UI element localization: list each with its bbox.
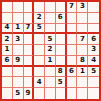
cell-r8c9-empty[interactable] — [88, 77, 99, 88]
cell-r4c1-given[interactable]: 2 — [2, 34, 13, 45]
cell-r6c3-empty[interactable] — [24, 56, 35, 67]
cell-r3c5-empty[interactable] — [45, 24, 56, 35]
cell-r3c2-given[interactable]: 1 — [13, 24, 24, 35]
cell-r6c2-given[interactable]: 9 — [13, 56, 24, 67]
cell-r3c3-given[interactable]: 7 — [24, 24, 35, 35]
cell-r7c6-given[interactable]: 8 — [56, 67, 67, 78]
cell-r5c7-empty[interactable] — [67, 45, 78, 56]
cell-r6c5-given[interactable]: 1 — [45, 56, 56, 67]
cell-r7c1-empty[interactable] — [2, 67, 13, 78]
cell-r5c9-given[interactable]: 3 — [88, 45, 99, 56]
sudoku-board: 73264175235761236918486154559 — [0, 0, 101, 101]
cell-r3c8-empty[interactable] — [77, 24, 88, 35]
cell-r6c4-empty[interactable] — [34, 56, 45, 67]
cell-r3c9-empty[interactable] — [88, 24, 99, 35]
cell-r5c6-empty[interactable] — [56, 45, 67, 56]
cell-r4c9-given[interactable]: 6 — [88, 34, 99, 45]
cell-r6c9-given[interactable]: 4 — [88, 56, 99, 67]
cell-r9c2-given[interactable]: 5 — [13, 88, 24, 99]
cell-r2c6-given[interactable]: 6 — [56, 13, 67, 24]
cell-r4c6-empty[interactable] — [56, 34, 67, 45]
cell-r3c6-empty[interactable] — [56, 24, 67, 35]
cell-r1c4-empty[interactable] — [34, 2, 45, 13]
cell-r1c2-empty[interactable] — [13, 2, 24, 13]
cell-r5c4-empty[interactable] — [34, 45, 45, 56]
cell-r2c5-empty[interactable] — [45, 13, 56, 24]
cell-r2c4-given[interactable]: 2 — [34, 13, 45, 24]
cell-r4c7-empty[interactable] — [67, 34, 78, 45]
cell-r2c3-empty[interactable] — [24, 13, 35, 24]
cell-r6c7-empty[interactable] — [67, 56, 78, 67]
cell-r8c4-given[interactable]: 4 — [34, 77, 45, 88]
cell-r9c6-empty[interactable] — [56, 88, 67, 99]
cell-r6c8-given[interactable]: 8 — [77, 56, 88, 67]
cell-r1c8-given[interactable]: 3 — [77, 2, 88, 13]
cell-r1c1-empty[interactable] — [2, 2, 13, 13]
cell-r1c6-empty[interactable] — [56, 2, 67, 13]
cell-r8c2-empty[interactable] — [13, 77, 24, 88]
cell-r6c6-empty[interactable] — [56, 56, 67, 67]
cell-r2c7-empty[interactable] — [67, 13, 78, 24]
cell-r6c1-given[interactable]: 6 — [2, 56, 13, 67]
cell-r1c3-empty[interactable] — [24, 2, 35, 13]
cell-r5c2-empty[interactable] — [13, 45, 24, 56]
cell-r4c2-given[interactable]: 3 — [13, 34, 24, 45]
cell-r7c5-empty[interactable] — [45, 67, 56, 78]
cell-r7c7-given[interactable]: 6 — [67, 67, 78, 78]
cell-r8c3-empty[interactable] — [24, 77, 35, 88]
cell-r2c9-empty[interactable] — [88, 13, 99, 24]
cell-r8c1-empty[interactable] — [2, 77, 13, 88]
cell-r9c3-given[interactable]: 9 — [24, 88, 35, 99]
cell-r9c1-empty[interactable] — [2, 88, 13, 99]
cell-r4c3-empty[interactable] — [24, 34, 35, 45]
cell-r3c1-given[interactable]: 4 — [2, 24, 13, 35]
cell-r7c8-given[interactable]: 1 — [77, 67, 88, 78]
cell-r9c4-empty[interactable] — [34, 88, 45, 99]
cell-r8c6-given[interactable]: 5 — [56, 77, 67, 88]
cell-r4c5-given[interactable]: 5 — [45, 34, 56, 45]
cell-r2c1-empty[interactable] — [2, 13, 13, 24]
cell-r9c5-empty[interactable] — [45, 88, 56, 99]
cell-r5c1-given[interactable]: 1 — [2, 45, 13, 56]
cell-r5c8-empty[interactable] — [77, 45, 88, 56]
cell-r7c4-empty[interactable] — [34, 67, 45, 78]
cell-r9c7-empty[interactable] — [67, 88, 78, 99]
cell-r8c7-empty[interactable] — [67, 77, 78, 88]
cell-r2c8-empty[interactable] — [77, 13, 88, 24]
cell-r8c5-empty[interactable] — [45, 77, 56, 88]
cell-r9c9-empty[interactable] — [88, 88, 99, 99]
cell-r1c7-given[interactable]: 7 — [67, 2, 78, 13]
cell-r5c5-given[interactable]: 2 — [45, 45, 56, 56]
cell-r7c3-empty[interactable] — [24, 67, 35, 78]
cell-r4c8-given[interactable]: 7 — [77, 34, 88, 45]
cell-r7c9-given[interactable]: 5 — [88, 67, 99, 78]
cell-r9c8-empty[interactable] — [77, 88, 88, 99]
cell-r4c4-empty[interactable] — [34, 34, 45, 45]
cell-r3c4-given[interactable]: 5 — [34, 24, 45, 35]
cell-r1c9-empty[interactable] — [88, 2, 99, 13]
cell-r8c8-empty[interactable] — [77, 77, 88, 88]
cell-r2c2-empty[interactable] — [13, 13, 24, 24]
cell-r3c7-empty[interactable] — [67, 24, 78, 35]
cell-r7c2-empty[interactable] — [13, 67, 24, 78]
cell-r1c5-empty[interactable] — [45, 2, 56, 13]
cell-r5c3-empty[interactable] — [24, 45, 35, 56]
